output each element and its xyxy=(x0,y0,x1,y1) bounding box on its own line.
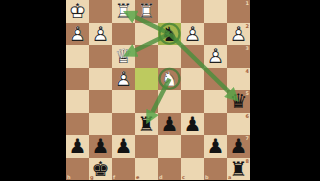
file-label-e: e xyxy=(136,174,139,180)
square-b8[interactable]: b xyxy=(204,158,227,181)
square-c3[interactable] xyxy=(181,45,204,68)
square-c2[interactable]: ♟♙ xyxy=(181,23,204,46)
square-d7[interactable] xyxy=(158,135,181,158)
square-h3[interactable] xyxy=(66,45,89,68)
file-label-b: b xyxy=(205,174,209,180)
black-pawn: ♟ xyxy=(158,113,181,136)
square-e6[interactable]: ♜ xyxy=(135,113,158,136)
white-pawn: ♙ xyxy=(204,45,227,68)
square-d6[interactable]: ♟ xyxy=(158,113,181,136)
square-b7[interactable]: ♟ xyxy=(204,135,227,158)
square-d3[interactable] xyxy=(158,45,181,68)
rank-label-7: 7 xyxy=(246,135,249,141)
square-c5[interactable] xyxy=(181,90,204,113)
square-h7[interactable]: ♟ xyxy=(66,135,89,158)
black-pawn: ♟ xyxy=(204,135,227,158)
square-h5[interactable] xyxy=(66,90,89,113)
rank-label-3: 3 xyxy=(246,45,249,51)
square-e4[interactable] xyxy=(135,68,158,91)
square-g3[interactable] xyxy=(89,45,112,68)
square-f3[interactable]: ♛♕ xyxy=(112,45,135,68)
rank-label-4: 4 xyxy=(246,68,249,74)
white-pawn: ♙ xyxy=(89,23,112,46)
square-g7[interactable]: ♟ xyxy=(89,135,112,158)
square-g5[interactable] xyxy=(89,90,112,113)
white-rook: ♖ xyxy=(135,0,158,23)
white-king-fill: ♚ xyxy=(66,0,89,23)
rank-label-2: 2 xyxy=(246,23,249,29)
square-b6[interactable] xyxy=(204,113,227,136)
square-e8[interactable]: e xyxy=(135,158,158,181)
square-b3[interactable]: ♟♙ xyxy=(204,45,227,68)
square-h1[interactable]: ♚♔ xyxy=(66,0,89,23)
white-pawn: ♙ xyxy=(181,23,204,46)
white-rook: ♖ xyxy=(112,0,135,23)
square-e3[interactable] xyxy=(135,45,158,68)
black-pawn: ♟ xyxy=(112,135,135,158)
rank-label-5: 5 xyxy=(246,90,249,96)
letterbox-left xyxy=(0,0,66,180)
square-a6[interactable]: 6 xyxy=(227,113,250,136)
white-pawn-fill: ♟ xyxy=(181,23,204,46)
square-d1[interactable] xyxy=(158,0,181,23)
square-a8[interactable]: ♜8a xyxy=(227,158,250,181)
square-f5[interactable] xyxy=(112,90,135,113)
square-g4[interactable] xyxy=(89,68,112,91)
white-pawn: ♙ xyxy=(112,68,135,91)
black-pawn: ♟ xyxy=(89,135,112,158)
square-a3[interactable]: 3 xyxy=(227,45,250,68)
square-e5[interactable] xyxy=(135,90,158,113)
square-a4[interactable]: 4 xyxy=(227,68,250,91)
white-pawn-fill: ♟ xyxy=(112,68,135,91)
file-label-g: g xyxy=(90,174,94,180)
black-rook: ♜ xyxy=(135,113,158,136)
square-g1[interactable] xyxy=(89,0,112,23)
square-g6[interactable] xyxy=(89,113,112,136)
square-h2[interactable]: ♟♙ xyxy=(66,23,89,46)
file-label-d: d xyxy=(159,174,163,180)
square-g2[interactable]: ♟♙ xyxy=(89,23,112,46)
white-rook-fill: ♜ xyxy=(135,0,158,23)
square-f1[interactable]: ♜♖ xyxy=(112,0,135,23)
square-f8[interactable]: f xyxy=(112,158,135,181)
square-c1[interactable] xyxy=(181,0,204,23)
square-c6[interactable]: ♟ xyxy=(181,113,204,136)
rank-label-8: 8 xyxy=(246,158,249,164)
chess-board: ♚♔♜♖♜♖1♟♙♟♙♞♟♙♟♙2♛♕♟♙3♟♙♞♘4♛5♜♟♟6♟♟♟♟♟7h… xyxy=(66,0,250,180)
file-label-f: f xyxy=(113,174,115,180)
file-label-c: c xyxy=(182,174,185,180)
white-pawn: ♙ xyxy=(66,23,89,46)
square-a5[interactable]: ♛5 xyxy=(227,90,250,113)
square-a2[interactable]: ♟♙2 xyxy=(227,23,250,46)
white-queen-fill: ♛ xyxy=(112,45,135,68)
square-a7[interactable]: ♟7 xyxy=(227,135,250,158)
square-b2[interactable] xyxy=(204,23,227,46)
square-c8[interactable]: c xyxy=(181,158,204,181)
black-knight: ♞ xyxy=(158,23,181,46)
square-f6[interactable] xyxy=(112,113,135,136)
white-queen: ♕ xyxy=(112,45,135,68)
black-pawn: ♟ xyxy=(66,135,89,158)
white-rook-fill: ♜ xyxy=(112,0,135,23)
chess-app-screenshot: ♚♔♜♖♜♖1♟♙♟♙♞♟♙♟♙2♛♕♟♙3♟♙♞♘4♛5♜♟♟6♟♟♟♟♟7h… xyxy=(0,0,320,180)
square-a1[interactable]: 1 xyxy=(227,0,250,23)
white-pawn-fill: ♟ xyxy=(66,23,89,46)
file-label-a: a xyxy=(228,174,231,180)
square-e7[interactable] xyxy=(135,135,158,158)
square-h6[interactable] xyxy=(66,113,89,136)
square-f4[interactable]: ♟♙ xyxy=(112,68,135,91)
rank-label-6: 6 xyxy=(246,113,249,119)
letterbox-right xyxy=(250,0,320,180)
square-d8[interactable]: d xyxy=(158,158,181,181)
square-d4[interactable]: ♞♘ xyxy=(158,68,181,91)
square-h4[interactable] xyxy=(66,68,89,91)
white-knight: ♘ xyxy=(158,68,181,91)
square-c7[interactable] xyxy=(181,135,204,158)
square-c4[interactable] xyxy=(181,68,204,91)
white-pawn-fill: ♟ xyxy=(204,45,227,68)
square-f2[interactable] xyxy=(112,23,135,46)
square-f7[interactable]: ♟ xyxy=(112,135,135,158)
square-e2[interactable] xyxy=(135,23,158,46)
square-d5[interactable] xyxy=(158,90,181,113)
square-e1[interactable]: ♜♖ xyxy=(135,0,158,23)
black-pawn: ♟ xyxy=(181,113,204,136)
square-d2[interactable]: ♞ xyxy=(158,23,181,46)
square-b4[interactable] xyxy=(204,68,227,91)
white-knight-fill: ♞ xyxy=(158,68,181,91)
square-b1[interactable] xyxy=(204,0,227,23)
file-label-h: h xyxy=(67,174,71,180)
white-pawn-fill: ♟ xyxy=(89,23,112,46)
white-king: ♔ xyxy=(66,0,89,23)
rank-label-1: 1 xyxy=(246,0,249,6)
square-g8[interactable]: ♚g xyxy=(89,158,112,181)
square-b5[interactable] xyxy=(204,90,227,113)
square-h8[interactable]: h xyxy=(66,158,89,181)
